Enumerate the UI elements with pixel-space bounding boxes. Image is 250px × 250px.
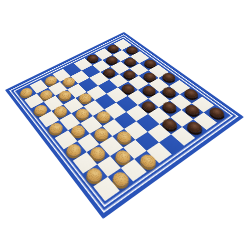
checkers-mat bbox=[5, 32, 244, 219]
product-photo-scene bbox=[0, 0, 250, 250]
board-grid bbox=[18, 39, 228, 201]
